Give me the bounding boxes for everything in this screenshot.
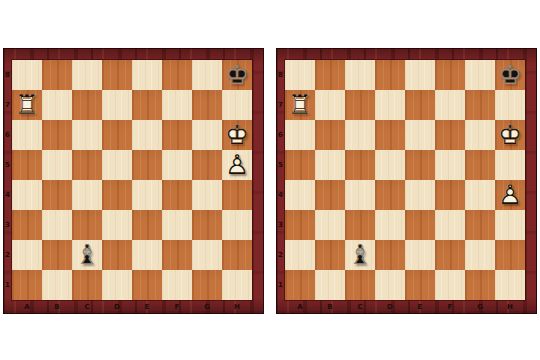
square-e2[interactable] <box>405 240 435 270</box>
square-d7[interactable] <box>102 90 132 120</box>
rank-label-7: 7 <box>3 90 12 120</box>
square-c2[interactable] <box>72 240 102 270</box>
square-a1[interactable] <box>12 270 42 300</box>
square-d5[interactable] <box>375 150 405 180</box>
square-b2[interactable] <box>42 240 72 270</box>
rank-label-2: 2 <box>3 240 12 270</box>
file-label-a: A <box>12 300 42 314</box>
file-label-b: B <box>315 300 345 314</box>
rank-label-4: 4 <box>3 180 12 210</box>
square-b1[interactable] <box>315 270 345 300</box>
square-h4[interactable] <box>495 180 525 210</box>
square-b7[interactable] <box>315 90 345 120</box>
square-f4[interactable] <box>162 180 192 210</box>
square-g7[interactable] <box>192 90 222 120</box>
file-label-g: G <box>192 300 222 314</box>
square-d4[interactable] <box>375 180 405 210</box>
square-h8[interactable] <box>495 60 525 90</box>
square-a5[interactable] <box>285 150 315 180</box>
square-d8[interactable] <box>375 60 405 90</box>
square-a2[interactable] <box>12 240 42 270</box>
square-g7[interactable] <box>465 90 495 120</box>
square-d8[interactable] <box>102 60 132 90</box>
square-h2[interactable] <box>222 240 252 270</box>
square-e5[interactable] <box>405 150 435 180</box>
square-e4[interactable] <box>132 180 162 210</box>
square-f5[interactable] <box>435 150 465 180</box>
square-d3[interactable] <box>375 210 405 240</box>
square-c1[interactable] <box>345 270 375 300</box>
square-b3[interactable] <box>42 210 72 240</box>
rank-label-7: 7 <box>276 90 285 120</box>
square-h8[interactable] <box>222 60 252 90</box>
square-c2[interactable] <box>345 240 375 270</box>
square-h4[interactable] <box>222 180 252 210</box>
square-g6[interactable] <box>465 120 495 150</box>
rank-label-5: 5 <box>3 150 12 180</box>
square-c5[interactable] <box>72 150 102 180</box>
square-g5[interactable] <box>192 150 222 180</box>
square-a8[interactable] <box>12 60 42 90</box>
square-d2[interactable] <box>102 240 132 270</box>
square-a6[interactable] <box>285 120 315 150</box>
file-label-b: B <box>42 300 72 314</box>
square-e8[interactable] <box>132 60 162 90</box>
square-b5[interactable] <box>315 150 345 180</box>
square-f3[interactable] <box>435 210 465 240</box>
square-e7[interactable] <box>132 90 162 120</box>
square-g6[interactable] <box>192 120 222 150</box>
square-b2[interactable] <box>315 240 345 270</box>
square-g2[interactable] <box>192 240 222 270</box>
square-f7[interactable] <box>435 90 465 120</box>
file-label-e: E <box>405 300 435 314</box>
rank-label-6: 6 <box>276 120 285 150</box>
square-h1[interactable] <box>222 270 252 300</box>
square-c8[interactable] <box>345 60 375 90</box>
rank-label-2: 2 <box>276 240 285 270</box>
square-g4[interactable] <box>465 180 495 210</box>
rank-label-4: 4 <box>276 180 285 210</box>
square-e6[interactable] <box>132 120 162 150</box>
square-f7[interactable] <box>162 90 192 120</box>
square-d6[interactable] <box>102 120 132 150</box>
square-h3[interactable] <box>495 210 525 240</box>
file-label-a: A <box>285 300 315 314</box>
square-c7[interactable] <box>345 90 375 120</box>
square-c5[interactable] <box>345 150 375 180</box>
square-e2[interactable] <box>132 240 162 270</box>
square-g8[interactable] <box>465 60 495 90</box>
square-e3[interactable] <box>132 210 162 240</box>
square-g3[interactable] <box>192 210 222 240</box>
page: 87654321ABCDEFGH♚♔♜♖♚♔♟♙♝♗ 87654321ABCDE… <box>0 0 540 360</box>
square-h2[interactable] <box>495 240 525 270</box>
square-b4[interactable] <box>315 180 345 210</box>
rank-label-5: 5 <box>276 150 285 180</box>
square-a2[interactable] <box>285 240 315 270</box>
rank-label-6: 6 <box>3 120 12 150</box>
square-b5[interactable] <box>42 150 72 180</box>
square-a6[interactable] <box>12 120 42 150</box>
square-d1[interactable] <box>375 270 405 300</box>
square-e6[interactable] <box>405 120 435 150</box>
square-a7[interactable] <box>12 90 42 120</box>
square-c3[interactable] <box>72 210 102 240</box>
rank-label-3: 3 <box>276 210 285 240</box>
square-b3[interactable] <box>315 210 345 240</box>
square-f2[interactable] <box>435 240 465 270</box>
square-a8[interactable] <box>285 60 315 90</box>
square-g1[interactable] <box>192 270 222 300</box>
square-c4[interactable] <box>72 180 102 210</box>
square-c7[interactable] <box>72 90 102 120</box>
square-h5[interactable] <box>495 150 525 180</box>
rank-label-1: 1 <box>3 270 12 300</box>
square-a4[interactable] <box>285 180 315 210</box>
square-e3[interactable] <box>405 210 435 240</box>
square-d3[interactable] <box>102 210 132 240</box>
square-f1[interactable] <box>162 270 192 300</box>
file-label-h: H <box>222 300 252 314</box>
square-e5[interactable] <box>132 150 162 180</box>
square-e7[interactable] <box>405 90 435 120</box>
rank-label-3: 3 <box>3 210 12 240</box>
square-d4[interactable] <box>102 180 132 210</box>
file-label-f: F <box>162 300 192 314</box>
square-g2[interactable] <box>465 240 495 270</box>
square-h5[interactable] <box>222 150 252 180</box>
square-f1[interactable] <box>435 270 465 300</box>
square-e1[interactable] <box>405 270 435 300</box>
square-g1[interactable] <box>465 270 495 300</box>
square-f5[interactable] <box>162 150 192 180</box>
square-a3[interactable] <box>12 210 42 240</box>
chessboard-left-grid <box>12 60 252 300</box>
square-d1[interactable] <box>102 270 132 300</box>
square-g4[interactable] <box>192 180 222 210</box>
square-e4[interactable] <box>405 180 435 210</box>
square-h6[interactable] <box>222 120 252 150</box>
file-label-d: D <box>375 300 405 314</box>
chessboard-left: 87654321ABCDEFGH♚♔♜♖♚♔♟♙♝♗ <box>3 48 264 314</box>
rank-label-8: 8 <box>276 60 285 90</box>
square-d5[interactable] <box>102 150 132 180</box>
square-b6[interactable] <box>315 120 345 150</box>
square-g5[interactable] <box>465 150 495 180</box>
square-a4[interactable] <box>12 180 42 210</box>
square-h7[interactable] <box>495 90 525 120</box>
square-b8[interactable] <box>42 60 72 90</box>
file-label-g: G <box>465 300 495 314</box>
square-e1[interactable] <box>132 270 162 300</box>
square-a5[interactable] <box>12 150 42 180</box>
square-c4[interactable] <box>345 180 375 210</box>
rank-label-1: 1 <box>276 270 285 300</box>
square-a1[interactable] <box>285 270 315 300</box>
file-label-d: D <box>102 300 132 314</box>
chessboard-right: 87654321ABCDEFGH♚♔♜♖♚♔♟♙♝♗ <box>276 48 537 314</box>
square-d7[interactable] <box>375 90 405 120</box>
square-c1[interactable] <box>72 270 102 300</box>
square-h3[interactable] <box>222 210 252 240</box>
square-d6[interactable] <box>375 120 405 150</box>
file-label-c: C <box>72 300 102 314</box>
square-h6[interactable] <box>495 120 525 150</box>
file-label-e: E <box>132 300 162 314</box>
file-label-h: H <box>495 300 525 314</box>
rank-label-8: 8 <box>3 60 12 90</box>
square-f8[interactable] <box>435 60 465 90</box>
square-a7[interactable] <box>285 90 315 120</box>
square-b1[interactable] <box>42 270 72 300</box>
square-c6[interactable] <box>345 120 375 150</box>
square-f8[interactable] <box>162 60 192 90</box>
square-f2[interactable] <box>162 240 192 270</box>
square-g3[interactable] <box>465 210 495 240</box>
file-label-c: C <box>345 300 375 314</box>
square-d2[interactable] <box>375 240 405 270</box>
square-f6[interactable] <box>435 120 465 150</box>
square-b4[interactable] <box>42 180 72 210</box>
square-h7[interactable] <box>222 90 252 120</box>
square-a3[interactable] <box>285 210 315 240</box>
square-f3[interactable] <box>162 210 192 240</box>
square-c6[interactable] <box>72 120 102 150</box>
square-f4[interactable] <box>435 180 465 210</box>
square-h1[interactable] <box>495 270 525 300</box>
square-c3[interactable] <box>345 210 375 240</box>
square-c8[interactable] <box>72 60 102 90</box>
chessboard-right-grid <box>285 60 525 300</box>
file-label-f: F <box>435 300 465 314</box>
square-b8[interactable] <box>315 60 345 90</box>
square-g8[interactable] <box>192 60 222 90</box>
square-e8[interactable] <box>405 60 435 90</box>
square-b6[interactable] <box>42 120 72 150</box>
square-b7[interactable] <box>42 90 72 120</box>
square-f6[interactable] <box>162 120 192 150</box>
